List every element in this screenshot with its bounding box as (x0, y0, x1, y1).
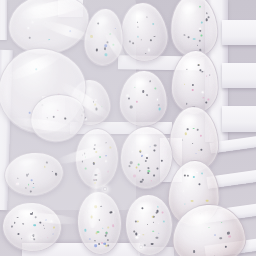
glitter-dot (208, 227, 210, 229)
glitter-dot (198, 150, 199, 151)
glitter-dot (136, 100, 138, 102)
glitter-dot (149, 147, 150, 148)
glitter-dot (138, 163, 140, 165)
glitter-dot (139, 149, 142, 152)
tray-slat (222, 20, 256, 45)
glitter-dot (142, 234, 143, 235)
glitter-dot (186, 69, 187, 70)
glitter-dot (94, 244, 97, 247)
glitter-dot (137, 220, 139, 222)
glitter-sparkle (103, 187, 107, 191)
glitter-dot (137, 26, 139, 28)
glitter-dot (187, 36, 189, 38)
glitter-dot (149, 80, 151, 82)
glitter-dot (11, 225, 13, 227)
glitter-dot (43, 224, 44, 225)
tray-slat (222, 106, 256, 132)
glitter-dot (161, 160, 163, 162)
glitter-dot (154, 144, 156, 146)
glitter-dot (145, 53, 146, 54)
glitter-dot (144, 244, 146, 246)
glitter-dot (44, 228, 45, 229)
glitter-dot (158, 104, 160, 106)
glitter-dot (147, 224, 148, 225)
glitter-dot (139, 235, 140, 236)
glitter-dot (199, 27, 201, 29)
glitter-dot (201, 92, 203, 94)
glitter-dot (205, 101, 207, 103)
glitter-dot (153, 150, 155, 152)
glitter-dot (33, 224, 35, 226)
glitter-dot (112, 224, 114, 226)
glitter-sparkle (139, 245, 143, 249)
glitter-dot (183, 190, 184, 191)
glitter-dot (110, 211, 112, 213)
glitter-dot (155, 87, 157, 89)
glitter-dot (142, 207, 144, 209)
glitter-dot (157, 223, 158, 224)
glitter-dot (161, 212, 163, 214)
glitter-dot (187, 128, 188, 129)
glitter-dot (102, 227, 103, 228)
glitter-dot (197, 44, 199, 46)
tray-slat (222, 63, 256, 88)
glitter-dot (47, 237, 48, 238)
glitter-dot (227, 232, 230, 235)
glitter-dot (186, 103, 188, 105)
glitter-dot (229, 235, 231, 237)
glitter-dot (94, 240, 95, 241)
glitter-dot (199, 64, 200, 65)
glitter-dot (157, 206, 158, 207)
glitter-dot (148, 168, 150, 170)
glitter-dot (98, 219, 100, 221)
glitter-dot (203, 97, 204, 98)
glitter-dot (209, 74, 210, 75)
glitter-dot (195, 153, 196, 154)
glitter-dot (156, 210, 158, 212)
glitter-dot (184, 83, 185, 84)
glitter-dot (185, 204, 186, 205)
glitter-dot (191, 200, 194, 203)
glitter-dot (153, 35, 155, 37)
glitter-dot (105, 244, 107, 246)
glitter-dot (140, 39, 141, 40)
glitter-dot (200, 135, 202, 137)
glitter-dot (107, 226, 109, 228)
glitter-dot (202, 71, 204, 73)
glitter-dot (112, 211, 114, 213)
glitter-dot (105, 235, 107, 237)
glitter-dot (146, 94, 148, 96)
glitter-dot (201, 21, 203, 23)
glitter-dot (84, 229, 86, 231)
glitter-dot (199, 30, 201, 32)
glitter-dot (146, 16, 147, 17)
glitter-dot (193, 176, 195, 178)
glitter-dot (184, 34, 186, 36)
glitter-dot (182, 139, 184, 141)
glitter-dot (225, 246, 227, 248)
glitter-dot (192, 89, 194, 91)
glitter-dot (152, 222, 153, 223)
glitter-dot (139, 170, 141, 172)
glitter-dot (14, 222, 16, 224)
glitter-dot (148, 49, 151, 52)
glitter-dot (163, 221, 165, 223)
glitter-dot (201, 172, 203, 174)
glitter-dot (198, 183, 200, 185)
glitter-dot (105, 231, 107, 233)
glitter-dot (193, 38, 195, 40)
glitter-dot (193, 127, 195, 129)
glitter-dot (53, 226, 55, 228)
glitter-dot (135, 233, 138, 236)
glitter-dot (145, 159, 147, 161)
glitter-dot (152, 23, 154, 25)
glitter-dot (141, 154, 143, 156)
glitter-dot (206, 13, 208, 15)
glitter-dot (153, 231, 155, 233)
glitter-dot (207, 99, 209, 101)
glitter-dot (187, 174, 189, 176)
glitter-dot (185, 133, 187, 135)
glitter-dot (107, 244, 110, 247)
glitter-dot (192, 83, 194, 85)
glitter-dot (158, 108, 160, 110)
glitter-dot (136, 236, 138, 238)
glitter-dot (197, 128, 200, 131)
glitter-dot (137, 21, 138, 22)
glitter-dot (107, 239, 108, 240)
glitter-dot (145, 153, 148, 156)
glitter-dot (193, 250, 196, 253)
glitter-dot (17, 233, 19, 235)
glitter-dot (222, 222, 223, 223)
glitter-dot (156, 168, 158, 170)
glitter-dot (206, 75, 208, 77)
glitter-dot (156, 212, 158, 214)
glitter-dot (192, 143, 193, 144)
glitter-dot (156, 236, 158, 238)
glitter-dot (151, 242, 154, 245)
glitter-dot (153, 175, 154, 176)
glitter-dot (21, 238, 23, 240)
glitter-dot (17, 217, 18, 218)
glitter-dot (196, 172, 198, 174)
glitter-dot (206, 19, 208, 21)
glitter-dot (96, 232, 98, 234)
glitter-dot (158, 233, 159, 234)
glitter-dot (199, 6, 201, 8)
glitter-dot (184, 174, 187, 177)
glitter-sparkle (30, 235, 34, 239)
glitter-dot (199, 40, 201, 42)
glitter-dot (150, 39, 152, 41)
glitter-dot (52, 233, 53, 234)
glitter-dot (140, 180, 142, 182)
glitter-dot (137, 36, 139, 38)
glitter-dot (151, 180, 152, 181)
photo-scene (0, 0, 256, 256)
glitter-dot (142, 90, 144, 92)
glitter-dot (200, 34, 202, 36)
glitter-dot (206, 199, 209, 202)
glitter-dot (89, 238, 90, 239)
glitter-dot (157, 99, 158, 100)
glitter-dot (214, 234, 215, 235)
glitter-dot (200, 149, 202, 151)
glitter-dot (219, 237, 222, 240)
glitter-dot (22, 223, 24, 225)
